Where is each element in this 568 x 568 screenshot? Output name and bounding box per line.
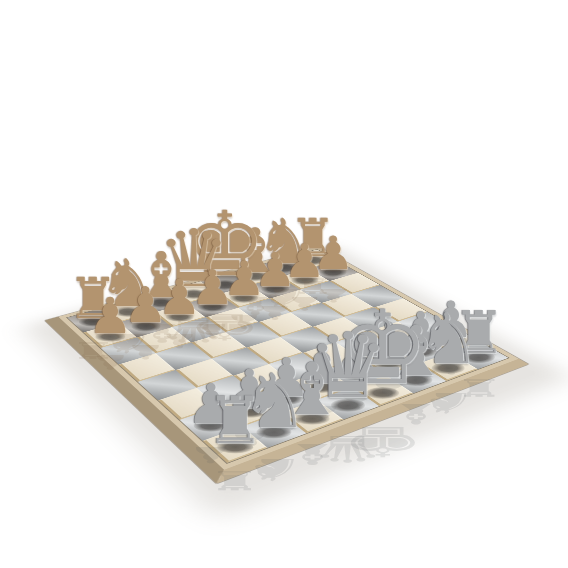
chess-board (45, 246, 529, 483)
board-grid (67, 249, 508, 462)
scene: ♜♜♟♟♟♟♜♜♞♞♟♟♟♟♞♞♝♝♟♟♟♟♝♝♚♚♟♟♟♟♚♚♛♛♟♟♟♟♛♛… (0, 0, 568, 568)
product-photo-chess-set: ♜♜♟♟♟♟♜♜♞♞♟♟♟♟♞♞♝♝♟♟♟♟♝♝♚♚♟♟♟♟♚♚♛♛♟♟♟♟♛♛… (0, 0, 568, 568)
